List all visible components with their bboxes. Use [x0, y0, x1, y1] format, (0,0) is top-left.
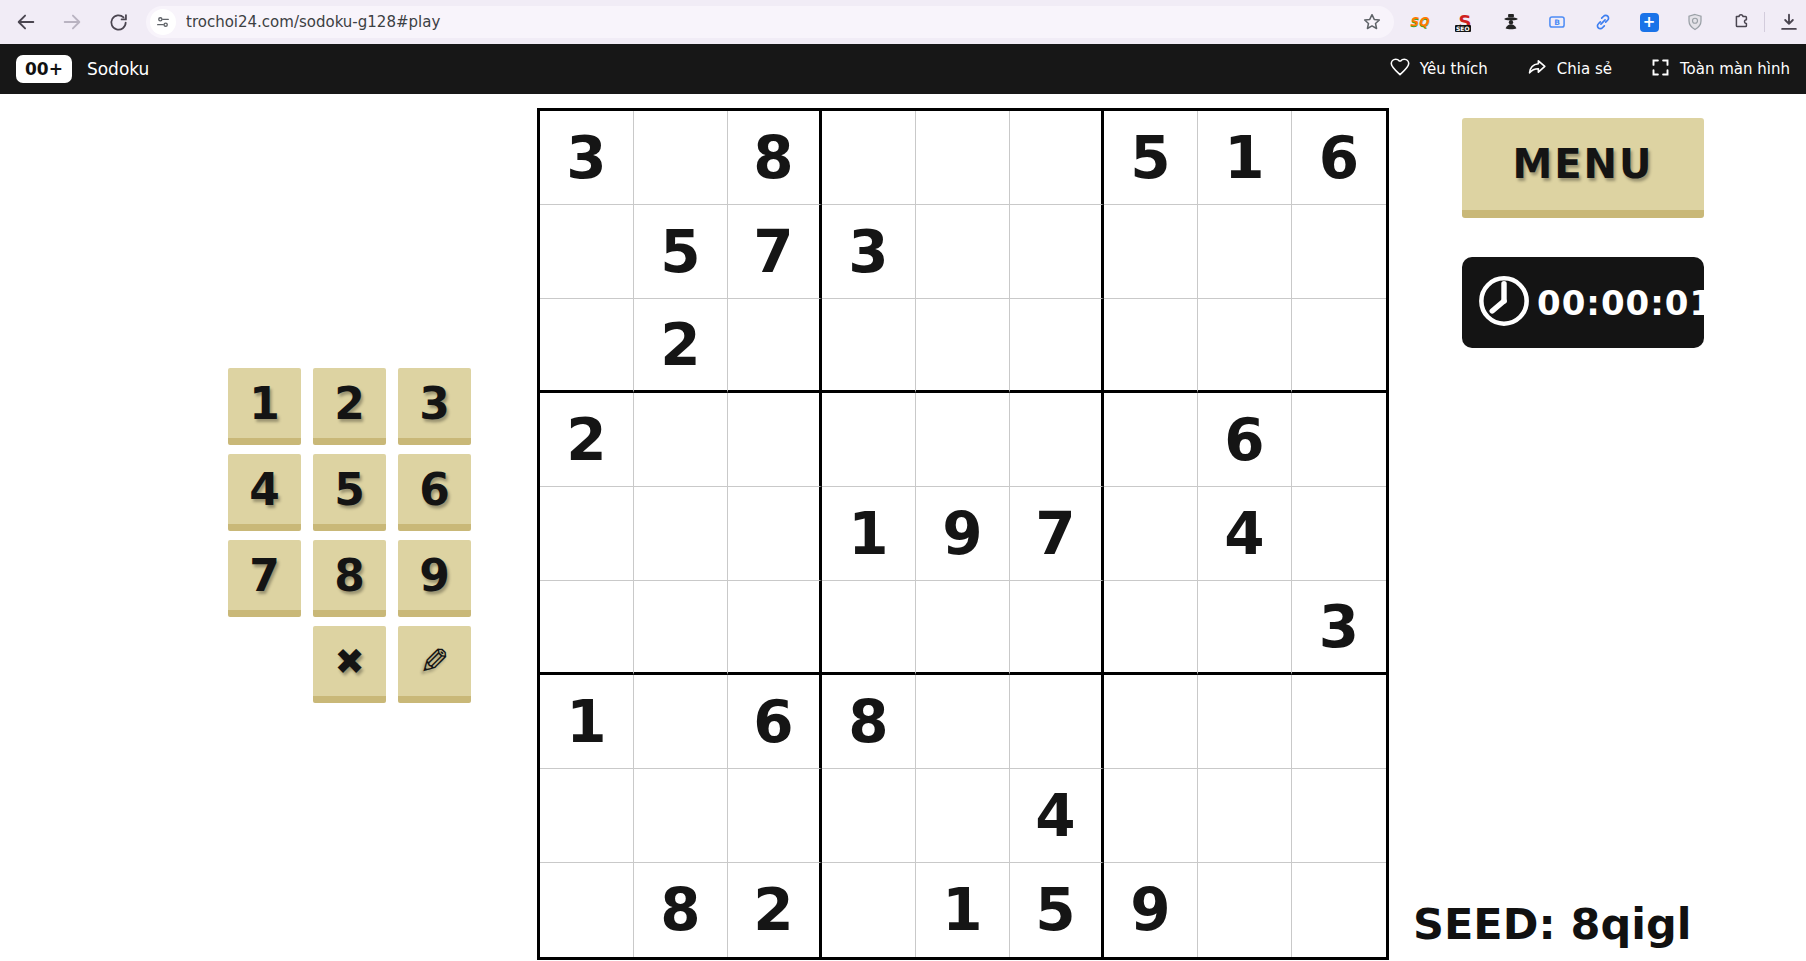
sudoku-cell-r2c7[interactable] — [1104, 205, 1198, 299]
header-actions: Yêu thích Chia sẻ Toàn màn hình — [1389, 56, 1790, 82]
sudoku-cell-r1c9[interactable]: 6 — [1292, 111, 1386, 205]
sudoku-cell-r7c8[interactable] — [1198, 675, 1292, 769]
extensions-puzzle-icon[interactable] — [1730, 11, 1752, 33]
sudoku-cell-r3c9[interactable] — [1292, 299, 1386, 393]
fullscreen-icon — [1650, 57, 1671, 82]
share-button[interactable]: Chia sẻ — [1526, 56, 1612, 82]
sudoku-cell-r6c1[interactable] — [540, 581, 634, 675]
sudoku-cell-r6c3[interactable] — [728, 581, 822, 675]
sudoku-cell-r1c6[interactable] — [1010, 111, 1104, 205]
sudoku-cell-r7c2[interactable] — [634, 675, 728, 769]
numpad-key-6[interactable]: 6 — [398, 454, 471, 531]
sudoku-cell-r2c5[interactable] — [916, 205, 1010, 299]
sudoku-cell-r2c2[interactable]: 5 — [634, 205, 728, 299]
sudoku-cell-r6c5[interactable] — [916, 581, 1010, 675]
sudoku-cell-r4c2[interactable] — [634, 393, 728, 487]
sudoku-cell-r9c4[interactable] — [822, 863, 916, 957]
sudoku-cell-r7c7[interactable] — [1104, 675, 1198, 769]
back-icon[interactable] — [14, 10, 38, 34]
sudoku-cell-r6c8[interactable] — [1198, 581, 1292, 675]
favorite-label: Yêu thích — [1420, 60, 1488, 78]
browser-window: trochoi24.com/sodoku-g128#play SQ S SEO … — [0, 0, 1806, 961]
sudoku-cell-r3c8[interactable] — [1198, 299, 1292, 393]
forward-icon[interactable] — [60, 10, 84, 34]
sudoku-cell-r9c8[interactable] — [1198, 863, 1292, 957]
sudoku-cell-r7c6[interactable] — [1010, 675, 1104, 769]
sudoku-cell-r8c4[interactable] — [822, 769, 916, 863]
sudoku-cell-r2c6[interactable] — [1010, 205, 1104, 299]
sudoku-cell-r3c1[interactable] — [540, 299, 634, 393]
sudoku-cell-r5c2[interactable] — [634, 487, 728, 581]
sudoku-cell-r8c1[interactable] — [540, 769, 634, 863]
sudoku-cell-r7c1[interactable]: 1 — [540, 675, 634, 769]
numpad-key-2[interactable]: 2 — [313, 368, 386, 445]
seed-label: SEED: 8qigl — [1413, 899, 1692, 949]
sudoku-cell-r1c7[interactable]: 5 — [1104, 111, 1198, 205]
sudoku-cell-r5c6[interactable]: 7 — [1010, 487, 1104, 581]
sudoku-cell-r6c4[interactable] — [822, 581, 916, 675]
sudoku-cell-r9c9[interactable] — [1292, 863, 1386, 957]
menu-button[interactable]: MENU — [1462, 118, 1704, 218]
sudoku-cell-r1c2[interactable] — [634, 111, 728, 205]
sudoku-cell-r6c2[interactable] — [634, 581, 728, 675]
sudoku-cell-r6c9[interactable]: 3 — [1292, 581, 1386, 675]
fullscreen-button[interactable]: Toàn màn hình — [1650, 57, 1790, 82]
games-count-badge[interactable]: 00+ — [16, 55, 72, 83]
url-text[interactable]: trochoi24.com/sodoku-g128#play — [186, 13, 1360, 31]
sudoku-cell-r2c8[interactable] — [1198, 205, 1292, 299]
sudoku-cell-r2c4[interactable]: 3 — [822, 205, 916, 299]
sudoku-cell-r9c3[interactable]: 2 — [728, 863, 822, 957]
bookmark-star-icon[interactable] — [1360, 10, 1384, 34]
sudoku-cell-r8c9[interactable] — [1292, 769, 1386, 863]
heart-icon — [1389, 56, 1411, 82]
sudoku-cell-r7c9[interactable] — [1292, 675, 1386, 769]
sudoku-cell-r4c8[interactable]: 6 — [1198, 393, 1292, 487]
sudoku-cell-r8c3[interactable] — [728, 769, 822, 863]
sudoku-cell-r2c9[interactable] — [1292, 205, 1386, 299]
svg-text:B: B — [1554, 18, 1560, 27]
sudoku-cell-r9c7[interactable]: 9 — [1104, 863, 1198, 957]
extension-seo-icon[interactable]: S SEO — [1454, 11, 1476, 33]
sudoku-cell-r5c3[interactable] — [728, 487, 822, 581]
game-header: 00+ Sodoku Yêu thích Chia sẻ Toàn màn hì… — [0, 44, 1806, 94]
page-title: Sodoku — [87, 59, 149, 79]
sudoku-cell-r5c9[interactable] — [1292, 487, 1386, 581]
fullscreen-label: Toàn màn hình — [1680, 60, 1790, 78]
sudoku-cell-r4c6[interactable] — [1010, 393, 1104, 487]
sudoku-cell-r8c8[interactable] — [1198, 769, 1292, 863]
sudoku-cell-r5c4[interactable]: 1 — [822, 487, 916, 581]
extension-link-icon[interactable] — [1592, 11, 1614, 33]
timer-value: 00:00:01 — [1537, 283, 1714, 323]
pencil-key[interactable]: ✎ — [398, 626, 471, 703]
extension-plus-icon[interactable]: + — [1638, 11, 1660, 33]
sudoku-cell-r9c2[interactable]: 8 — [634, 863, 728, 957]
sudoku-cell-r1c3[interactable]: 8 — [728, 111, 822, 205]
sudoku-cell-r5c8[interactable]: 4 — [1198, 487, 1292, 581]
sudoku-cell-r4c3[interactable] — [728, 393, 822, 487]
numpad-key-8[interactable]: 8 — [313, 540, 386, 617]
extension-tag-icon[interactable]: B — [1546, 11, 1568, 33]
toolbar-separator — [1764, 12, 1765, 32]
sudoku-cell-r2c3[interactable]: 7 — [728, 205, 822, 299]
sudoku-cell-r8c5[interactable] — [916, 769, 1010, 863]
sudoku-cell-r8c2[interactable] — [634, 769, 728, 863]
sudoku-cell-r5c1[interactable] — [540, 487, 634, 581]
sudoku-cell-r8c7[interactable] — [1104, 769, 1198, 863]
sudoku-board: 3851657322619743168482159 — [537, 108, 1389, 960]
extensions-row: SQ S SEO B + — [1408, 11, 1752, 33]
sudoku-cell-r3c5[interactable] — [916, 299, 1010, 393]
numpad-key-1[interactable]: 1 — [228, 368, 301, 445]
sudoku-cell-r1c8[interactable]: 1 — [1198, 111, 1292, 205]
browser-toolbar: trochoi24.com/sodoku-g128#play SQ S SEO … — [0, 0, 1806, 44]
extension-spy-icon[interactable] — [1500, 11, 1522, 33]
pencil-icon: ✎ — [419, 641, 449, 682]
sudoku-cell-r2c1[interactable] — [540, 205, 634, 299]
sudoku-cell-r4c5[interactable] — [916, 393, 1010, 487]
share-icon — [1526, 56, 1548, 82]
sudoku-cell-r7c5[interactable] — [916, 675, 1010, 769]
sudoku-cell-r4c1[interactable]: 2 — [540, 393, 634, 487]
sudoku-cell-r4c4[interactable] — [822, 393, 916, 487]
reload-icon[interactable] — [106, 10, 130, 34]
extension-shield-icon[interactable] — [1684, 11, 1706, 33]
sudoku-cell-r5c5[interactable]: 9 — [916, 487, 1010, 581]
address-bar[interactable]: trochoi24.com/sodoku-g128#play — [146, 6, 1394, 38]
numpad-spacer — [228, 626, 301, 703]
timer: 00:00:01 — [1462, 257, 1704, 348]
sudoku-cell-r6c6[interactable] — [1010, 581, 1104, 675]
downloads-icon[interactable] — [1777, 10, 1801, 34]
sudoku-cell-r8c6[interactable]: 4 — [1010, 769, 1104, 863]
sudoku-cell-r9c1[interactable] — [540, 863, 634, 957]
site-settings-icon[interactable] — [150, 9, 176, 35]
sudoku-cell-r7c4[interactable]: 8 — [822, 675, 916, 769]
sudoku-cell-r9c5[interactable]: 1 — [916, 863, 1010, 957]
sudoku-cell-r4c9[interactable] — [1292, 393, 1386, 487]
extension-sq-icon[interactable]: SQ — [1408, 11, 1430, 33]
numpad-key-9[interactable]: 9 — [398, 540, 471, 617]
sudoku-cell-r5c7[interactable] — [1104, 487, 1198, 581]
favorite-button[interactable]: Yêu thích — [1389, 56, 1488, 82]
share-label: Chia sẻ — [1557, 60, 1612, 78]
sudoku-cell-r3c3[interactable] — [728, 299, 822, 393]
sudoku-cell-r3c2[interactable]: 2 — [634, 299, 728, 393]
numpad-key-4[interactable]: 4 — [228, 454, 301, 531]
sudoku-cell-r6c7[interactable] — [1104, 581, 1198, 675]
number-pad: 123456789✖✎ — [228, 368, 471, 703]
sudoku-cell-r7c3[interactable]: 6 — [728, 675, 822, 769]
sudoku-cell-r4c7[interactable] — [1104, 393, 1198, 487]
sudoku-cell-r3c4[interactable] — [822, 299, 916, 393]
sudoku-cell-r3c6[interactable] — [1010, 299, 1104, 393]
sudoku-cell-r1c5[interactable] — [916, 111, 1010, 205]
numpad-key-3[interactable]: 3 — [398, 368, 471, 445]
sudoku-cell-r9c6[interactable]: 5 — [1010, 863, 1104, 957]
sudoku-cell-r1c1[interactable]: 3 — [540, 111, 634, 205]
clock-icon — [1475, 272, 1533, 334]
sudoku-cell-r1c4[interactable] — [822, 111, 916, 205]
sudoku-cell-r3c7[interactable] — [1104, 299, 1198, 393]
numpad-key-7[interactable]: 7 — [228, 540, 301, 617]
erase-key[interactable]: ✖ — [313, 626, 386, 703]
numpad-key-5[interactable]: 5 — [313, 454, 386, 531]
